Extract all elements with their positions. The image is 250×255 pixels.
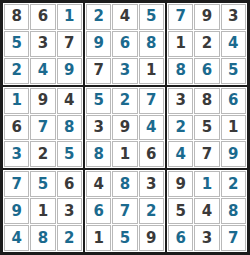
- cell-r5c7[interactable]: 2: [168, 115, 193, 141]
- cell-r8c6[interactable]: 2: [139, 198, 164, 224]
- cell-r9c2[interactable]: 8: [30, 225, 55, 251]
- box-3-3: 912548637: [167, 170, 247, 252]
- cell-r5c4[interactable]: 3: [86, 115, 111, 141]
- cell-r2c3[interactable]: 7: [57, 31, 82, 57]
- cell-r8c1[interactable]: 9: [4, 198, 29, 224]
- cell-r2c8[interactable]: 2: [194, 31, 219, 57]
- cell-r6c9[interactable]: 9: [221, 141, 246, 167]
- cell-r5c6[interactable]: 4: [139, 115, 164, 141]
- cell-r6c5[interactable]: 1: [112, 141, 137, 167]
- cell-r3c5[interactable]: 3: [112, 58, 137, 84]
- cell-r8c2[interactable]: 1: [30, 198, 55, 224]
- cell-r7c4[interactable]: 4: [86, 171, 111, 197]
- cell-r3c6[interactable]: 1: [139, 58, 164, 84]
- cell-r6c2[interactable]: 2: [30, 141, 55, 167]
- cell-r4c3[interactable]: 4: [57, 88, 82, 114]
- box-1-3: 793124865: [167, 3, 247, 85]
- cell-r8c7[interactable]: 5: [168, 198, 193, 224]
- cell-r1c9[interactable]: 3: [221, 4, 246, 30]
- box-1-2: 245968731: [85, 3, 165, 85]
- box-1-1: 861537249: [3, 3, 83, 85]
- cell-r3c7[interactable]: 8: [168, 58, 193, 84]
- cell-r3c2[interactable]: 4: [30, 58, 55, 84]
- box-3-2: 483672159: [85, 170, 165, 252]
- cell-r6c3[interactable]: 5: [57, 141, 82, 167]
- cell-r9c5[interactable]: 5: [112, 225, 137, 251]
- cell-r7c2[interactable]: 5: [30, 171, 55, 197]
- cell-r8c4[interactable]: 6: [86, 198, 111, 224]
- cell-r7c1[interactable]: 7: [4, 171, 29, 197]
- cell-r5c9[interactable]: 1: [221, 115, 246, 141]
- cell-r7c8[interactable]: 1: [194, 171, 219, 197]
- cell-r5c2[interactable]: 7: [30, 115, 55, 141]
- cell-r2c5[interactable]: 6: [112, 31, 137, 57]
- cell-r2c1[interactable]: 5: [4, 31, 29, 57]
- cell-r6c1[interactable]: 3: [4, 141, 29, 167]
- cell-r2c9[interactable]: 4: [221, 31, 246, 57]
- cell-r5c3[interactable]: 8: [57, 115, 82, 141]
- cell-r1c3[interactable]: 1: [57, 4, 82, 30]
- cell-r5c5[interactable]: 9: [112, 115, 137, 141]
- cell-r9c8[interactable]: 3: [194, 225, 219, 251]
- cell-r2c2[interactable]: 3: [30, 31, 55, 57]
- cell-r8c9[interactable]: 8: [221, 198, 246, 224]
- cell-r3c9[interactable]: 5: [221, 58, 246, 84]
- box-3-1: 756913482: [3, 170, 83, 252]
- cell-r7c9[interactable]: 2: [221, 171, 246, 197]
- cell-r4c9[interactable]: 6: [221, 88, 246, 114]
- cell-r1c7[interactable]: 7: [168, 4, 193, 30]
- cell-r6c7[interactable]: 4: [168, 141, 193, 167]
- cell-r3c8[interactable]: 6: [194, 58, 219, 84]
- cell-r4c5[interactable]: 2: [112, 88, 137, 114]
- cell-r4c4[interactable]: 5: [86, 88, 111, 114]
- cell-r4c6[interactable]: 7: [139, 88, 164, 114]
- cell-r8c8[interactable]: 4: [194, 198, 219, 224]
- cell-r1c8[interactable]: 9: [194, 4, 219, 30]
- cell-r1c5[interactable]: 4: [112, 4, 137, 30]
- cell-r1c2[interactable]: 6: [30, 4, 55, 30]
- cell-r2c7[interactable]: 1: [168, 31, 193, 57]
- cell-r7c3[interactable]: 6: [57, 171, 82, 197]
- cell-r2c6[interactable]: 8: [139, 31, 164, 57]
- cell-r6c4[interactable]: 8: [86, 141, 111, 167]
- cell-r1c4[interactable]: 2: [86, 4, 111, 30]
- cell-r8c3[interactable]: 3: [57, 198, 82, 224]
- cell-r9c3[interactable]: 2: [57, 225, 82, 251]
- cell-r4c8[interactable]: 8: [194, 88, 219, 114]
- cell-r7c5[interactable]: 8: [112, 171, 137, 197]
- cell-r7c6[interactable]: 3: [139, 171, 164, 197]
- cell-r5c8[interactable]: 5: [194, 115, 219, 141]
- cell-r9c9[interactable]: 7: [221, 225, 246, 251]
- cell-r1c1[interactable]: 8: [4, 4, 29, 30]
- cell-r4c7[interactable]: 3: [168, 88, 193, 114]
- box-2-1: 194678325: [3, 87, 83, 169]
- cell-r1c6[interactable]: 5: [139, 4, 164, 30]
- cell-r3c3[interactable]: 9: [57, 58, 82, 84]
- cell-r3c4[interactable]: 7: [86, 58, 111, 84]
- cell-r3c1[interactable]: 2: [4, 58, 29, 84]
- cell-r6c8[interactable]: 7: [194, 141, 219, 167]
- cell-r8c5[interactable]: 7: [112, 198, 137, 224]
- cell-r9c6[interactable]: 9: [139, 225, 164, 251]
- cell-r4c1[interactable]: 1: [4, 88, 29, 114]
- cell-r4c2[interactable]: 9: [30, 88, 55, 114]
- box-2-3: 386251479: [167, 87, 247, 169]
- box-2-2: 527394816: [85, 87, 165, 169]
- cell-r6c6[interactable]: 6: [139, 141, 164, 167]
- cell-r7c7[interactable]: 9: [168, 171, 193, 197]
- cell-r9c1[interactable]: 4: [4, 225, 29, 251]
- cell-r5c1[interactable]: 6: [4, 115, 29, 141]
- sudoku-board: 8615372492459687317931248651946783255273…: [0, 0, 250, 255]
- cell-r2c4[interactable]: 9: [86, 31, 111, 57]
- cell-r9c7[interactable]: 6: [168, 225, 193, 251]
- cell-r9c4[interactable]: 1: [86, 225, 111, 251]
